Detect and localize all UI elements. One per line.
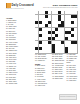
clue-item: 59. Gentle push [6, 83, 32, 85]
grid-cell[interactable] [74, 50, 77, 53]
page-title: Daily Crossword Puzzle [53, 4, 78, 7]
clue-item: 42. Sharp taste [52, 78, 65, 80]
clue-column-4: 44. Old cloth46. Clever idea48. Stage pa… [67, 54, 79, 82]
logo-icon [6, 3, 11, 7]
footer-badge[interactable]: www.dailycrossword.com [59, 94, 78, 100]
crossword-grid[interactable] [35, 11, 78, 54]
clue-column-3: 19. Deep sleep22. Loud noise24. Salty wa… [52, 54, 65, 80]
logo-wordmark: Daily Crossword [12, 4, 34, 7]
logo-tagline: www.dailycrossword.com [6, 8, 24, 10]
clue-item: 16. Paper unit [35, 85, 50, 87]
page-subtitle: Solve the clues across and down to fill … [42, 7, 78, 9]
logo-icon-accent [6, 3, 7, 7]
clue-column-1: Across1. Small wager4. Historic era7. Sl… [6, 17, 32, 86]
clue-column-2: 61. Small horse63. Use a chair65. Neat a… [35, 54, 50, 88]
crossword-page: Daily Crossword www.dailycrossword.com D… [0, 0, 80, 104]
clue-item: 67. Last letter [67, 80, 79, 82]
